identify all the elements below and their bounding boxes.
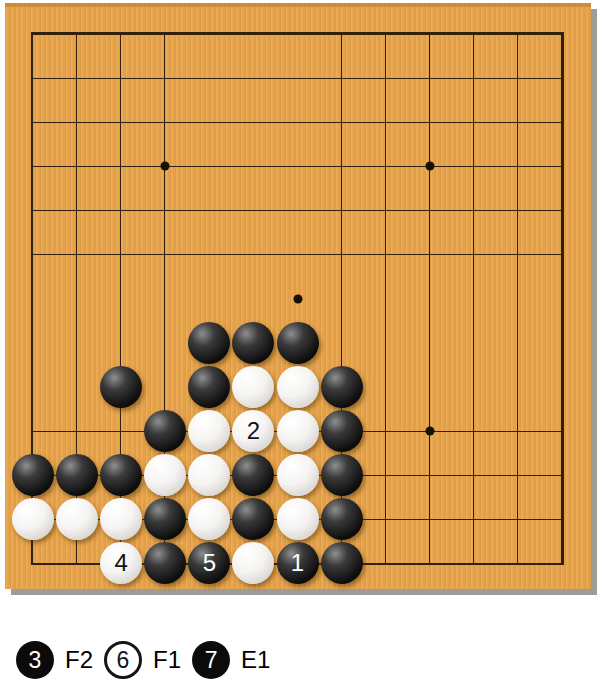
caption-stone-3: 3	[16, 641, 54, 679]
black-stone-D2	[144, 498, 186, 540]
points-layer: 2451	[33, 34, 562, 563]
caption-stone-6: 6	[104, 641, 142, 679]
black-stone-C3	[100, 454, 142, 496]
caption-entry-move-6: 6 F1	[104, 641, 181, 679]
black-stone-H5	[321, 366, 363, 408]
caption-stone-number-6: 6	[117, 649, 130, 672]
caption-coordinate-7: E1	[241, 646, 270, 674]
star-point-K4	[425, 426, 434, 435]
white-stone-G3	[277, 454, 319, 496]
star-point-K10	[425, 162, 434, 171]
black-stone-H3	[321, 454, 363, 496]
black-stone-F6	[232, 322, 274, 364]
caption-stone-number-7: 7	[205, 649, 218, 672]
white-stone-G2	[277, 498, 319, 540]
black-stone-H2	[321, 498, 363, 540]
black-stone-G1: 1	[277, 542, 319, 584]
white-stone-G5	[277, 366, 319, 408]
black-stone-F2	[232, 498, 274, 540]
move-caption: 3 F2 6 F1 7 E1	[16, 639, 270, 681]
black-stone-B3	[56, 454, 98, 496]
stone-move-number: 1	[291, 551, 304, 575]
black-stone-H1	[321, 542, 363, 584]
black-stone-D1	[144, 542, 186, 584]
caption-entry-move-7: 7 E1	[192, 641, 270, 679]
black-stone-E1: 5	[188, 542, 230, 584]
black-stone-E6	[188, 322, 230, 364]
black-stone-C5	[100, 366, 142, 408]
white-stone-E4	[188, 410, 230, 452]
white-stone-E3	[188, 454, 230, 496]
star-point-D10	[161, 162, 170, 171]
white-stone-A2	[12, 498, 54, 540]
stone-move-number: 4	[114, 551, 127, 575]
white-stone-F5	[232, 366, 274, 408]
black-stone-H4	[321, 410, 363, 452]
white-stone-F4: 2	[232, 410, 274, 452]
white-stone-G4	[277, 410, 319, 452]
black-stone-F3	[232, 454, 274, 496]
white-stone-C1: 4	[100, 542, 142, 584]
black-stone-E5	[188, 366, 230, 408]
caption-entry-move-3: 3 F2	[16, 641, 93, 679]
white-stone-F1	[232, 542, 274, 584]
caption-stone-7: 7	[192, 641, 230, 679]
black-stone-A3	[12, 454, 54, 496]
caption-coordinate-3: F2	[65, 646, 93, 674]
star-point-G7	[293, 294, 302, 303]
black-stone-D4	[144, 410, 186, 452]
caption-coordinate-6: F1	[153, 646, 181, 674]
stone-move-number: 2	[247, 419, 260, 443]
white-stone-B2	[56, 498, 98, 540]
white-stone-E2	[188, 498, 230, 540]
white-stone-D3	[144, 454, 186, 496]
white-stone-C2	[100, 498, 142, 540]
black-stone-G6	[277, 322, 319, 364]
caption-stone-number-3: 3	[29, 649, 42, 672]
go-board: 2451	[5, 3, 591, 589]
stone-move-number: 5	[203, 551, 216, 575]
